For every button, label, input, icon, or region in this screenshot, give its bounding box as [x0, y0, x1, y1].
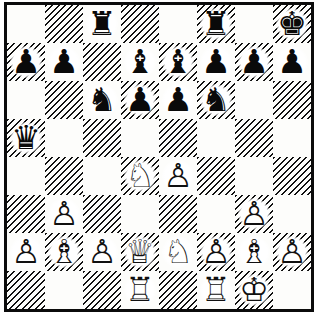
square-c4[interactable]: [83, 157, 121, 195]
square-g2[interactable]: ♗: [235, 233, 273, 271]
square-f8[interactable]: ♜: [197, 5, 235, 43]
square-h2[interactable]: ♙: [273, 233, 311, 271]
piece-black-knight-f6[interactable]: ♞: [201, 81, 231, 119]
square-e1[interactable]: [159, 271, 197, 309]
piece-white-rook-d1[interactable]: ♖: [125, 271, 155, 309]
piece-white-pawn-b3[interactable]: ♙: [49, 195, 79, 233]
piece-black-pawn-a7[interactable]: ♟: [11, 43, 41, 81]
square-c5[interactable]: [83, 119, 121, 157]
square-f2[interactable]: ♙: [197, 233, 235, 271]
square-h4[interactable]: [273, 157, 311, 195]
square-d2[interactable]: ♕: [121, 233, 159, 271]
piece-black-rook-c8[interactable]: ♜: [87, 5, 117, 43]
square-b3[interactable]: ♙: [45, 195, 83, 233]
square-h3[interactable]: [273, 195, 311, 233]
piece-white-pawn-e4[interactable]: ♙: [163, 157, 193, 195]
square-b5[interactable]: [45, 119, 83, 157]
piece-black-pawn-d6[interactable]: ♟: [125, 81, 155, 119]
square-d4[interactable]: ♘: [121, 157, 159, 195]
square-g5[interactable]: [235, 119, 273, 157]
square-f4[interactable]: [197, 157, 235, 195]
square-b2[interactable]: ♗: [45, 233, 83, 271]
piece-black-rook-f8[interactable]: ♜: [201, 5, 231, 43]
square-g7[interactable]: ♟: [235, 43, 273, 81]
square-d3[interactable]: [121, 195, 159, 233]
piece-white-knight-e2[interactable]: ♘: [163, 233, 193, 271]
square-d6[interactable]: ♟: [121, 81, 159, 119]
piece-white-pawn-f2[interactable]: ♙: [201, 233, 231, 271]
square-e8[interactable]: [159, 5, 197, 43]
square-h8[interactable]: ♚: [273, 5, 311, 43]
square-h1[interactable]: [273, 271, 311, 309]
square-f1[interactable]: ♖: [197, 271, 235, 309]
square-f5[interactable]: [197, 119, 235, 157]
piece-white-knight-d4[interactable]: ♘: [125, 157, 155, 195]
square-a5[interactable]: ♛: [7, 119, 45, 157]
square-e2[interactable]: ♘: [159, 233, 197, 271]
piece-black-knight-c6[interactable]: ♞: [87, 81, 117, 119]
square-a8[interactable]: [7, 5, 45, 43]
square-h7[interactable]: ♟: [273, 43, 311, 81]
square-c2[interactable]: ♙: [83, 233, 121, 271]
square-b4[interactable]: [45, 157, 83, 195]
square-d1[interactable]: ♖: [121, 271, 159, 309]
piece-white-pawn-g3[interactable]: ♙: [239, 195, 269, 233]
square-d5[interactable]: [121, 119, 159, 157]
square-e5[interactable]: [159, 119, 197, 157]
square-a4[interactable]: [7, 157, 45, 195]
piece-white-pawn-c2[interactable]: ♙: [87, 233, 117, 271]
piece-black-bishop-d7[interactable]: ♝: [125, 43, 155, 81]
piece-black-bishop-e7[interactable]: ♝: [163, 43, 193, 81]
square-a6[interactable]: [7, 81, 45, 119]
square-f7[interactable]: ♟: [197, 43, 235, 81]
square-g6[interactable]: [235, 81, 273, 119]
piece-black-pawn-e6[interactable]: ♟: [163, 81, 193, 119]
square-e3[interactable]: [159, 195, 197, 233]
square-c7[interactable]: [83, 43, 121, 81]
square-d8[interactable]: [121, 5, 159, 43]
square-a2[interactable]: ♙: [7, 233, 45, 271]
piece-black-pawn-g7[interactable]: ♟: [239, 43, 269, 81]
chess-board: ♜♜♚♟♟♝♝♟♟♟♞♟♟♞♛♘♙♙♙♙♗♙♕♘♙♗♙♖♖♔: [7, 5, 311, 309]
square-g4[interactable]: [235, 157, 273, 195]
piece-white-bishop-b2[interactable]: ♗: [49, 233, 79, 271]
square-e7[interactable]: ♝: [159, 43, 197, 81]
square-b6[interactable]: [45, 81, 83, 119]
piece-black-pawn-f7[interactable]: ♟: [201, 43, 231, 81]
piece-black-king-h8[interactable]: ♚: [277, 5, 307, 43]
square-b7[interactable]: ♟: [45, 43, 83, 81]
square-a7[interactable]: ♟: [7, 43, 45, 81]
piece-black-queen-a5[interactable]: ♛: [11, 119, 41, 157]
piece-white-queen-d2[interactable]: ♕: [125, 233, 155, 271]
square-a1[interactable]: [7, 271, 45, 309]
square-g8[interactable]: [235, 5, 273, 43]
square-b8[interactable]: [45, 5, 83, 43]
square-g3[interactable]: ♙: [235, 195, 273, 233]
square-g1[interactable]: ♔: [235, 271, 273, 309]
square-d7[interactable]: ♝: [121, 43, 159, 81]
square-h5[interactable]: [273, 119, 311, 157]
square-c1[interactable]: [83, 271, 121, 309]
square-e4[interactable]: ♙: [159, 157, 197, 195]
square-c6[interactable]: ♞: [83, 81, 121, 119]
piece-black-pawn-b7[interactable]: ♟: [49, 43, 79, 81]
square-e6[interactable]: ♟: [159, 81, 197, 119]
square-a3[interactable]: [7, 195, 45, 233]
piece-black-pawn-h7[interactable]: ♟: [277, 43, 307, 81]
square-h6[interactable]: [273, 81, 311, 119]
piece-white-pawn-a2[interactable]: ♙: [11, 233, 41, 271]
piece-white-rook-f1[interactable]: ♖: [201, 271, 231, 309]
piece-white-pawn-h2[interactable]: ♙: [277, 233, 307, 271]
square-c8[interactable]: ♜: [83, 5, 121, 43]
square-b1[interactable]: [45, 271, 83, 309]
piece-white-bishop-g2[interactable]: ♗: [239, 233, 269, 271]
piece-white-king-g1[interactable]: ♔: [239, 271, 269, 309]
square-f3[interactable]: [197, 195, 235, 233]
square-f6[interactable]: ♞: [197, 81, 235, 119]
board-frame: ♜♜♚♟♟♝♝♟♟♟♞♟♟♞♛♘♙♙♙♙♗♙♕♘♙♗♙♖♖♔: [4, 2, 314, 312]
square-c3[interactable]: [83, 195, 121, 233]
